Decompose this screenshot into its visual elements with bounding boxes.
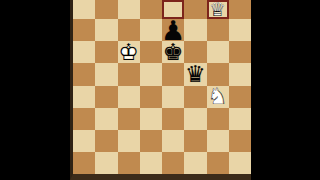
square-e6[interactable]: ♚	[162, 41, 184, 63]
square-g6[interactable]	[207, 41, 229, 63]
square-f5[interactable]: ♛	[184, 63, 206, 85]
square-g2[interactable]	[207, 130, 229, 152]
square-b4[interactable]	[95, 86, 117, 108]
square-e3[interactable]	[162, 108, 184, 130]
square-a3[interactable]	[73, 108, 95, 130]
piece-glyph: ♟	[162, 19, 184, 41]
square-b7[interactable]	[95, 19, 117, 41]
square-g7[interactable]	[207, 19, 229, 41]
white-king[interactable]: ♚♔	[118, 41, 140, 63]
square-f4[interactable]	[184, 86, 206, 108]
square-h6[interactable]	[229, 41, 251, 63]
square-b2[interactable]	[95, 130, 117, 152]
square-b8[interactable]	[95, 0, 117, 19]
piece-fill-glyph: ♚	[118, 41, 140, 63]
square-g1[interactable]	[207, 152, 229, 174]
square-f1[interactable]	[184, 152, 206, 174]
chess-board: ♛♕♟♚♔♚♛♞♘	[70, 0, 251, 180]
square-f6[interactable]	[184, 41, 206, 63]
square-c7[interactable]	[118, 19, 140, 41]
square-e2[interactable]	[162, 130, 184, 152]
square-f2[interactable]	[184, 130, 206, 152]
square-d1[interactable]	[140, 152, 162, 174]
square-c4[interactable]	[118, 86, 140, 108]
square-d5[interactable]	[140, 63, 162, 85]
square-e8[interactable]	[162, 0, 184, 19]
square-b3[interactable]	[95, 108, 117, 130]
square-c5[interactable]	[118, 63, 140, 85]
square-g5[interactable]	[207, 63, 229, 85]
piece-fill-glyph: ♛	[207, 0, 229, 19]
black-queen[interactable]: ♛	[184, 63, 206, 85]
square-h8[interactable]	[229, 0, 251, 19]
square-b6[interactable]	[95, 41, 117, 63]
square-c8[interactable]	[118, 0, 140, 19]
black-pawn[interactable]: ♟	[162, 19, 184, 41]
square-e4[interactable]	[162, 86, 184, 108]
square-g8[interactable]: ♛♕	[207, 0, 229, 19]
square-g4[interactable]: ♞♘	[207, 86, 229, 108]
square-e5[interactable]	[162, 63, 184, 85]
square-d3[interactable]	[140, 108, 162, 130]
square-b1[interactable]	[95, 152, 117, 174]
square-d6[interactable]	[140, 41, 162, 63]
piece-fill-glyph: ♞	[207, 86, 229, 108]
square-a7[interactable]	[73, 19, 95, 41]
piece-outline-glyph: ♔	[118, 41, 140, 63]
white-knight[interactable]: ♞♘	[207, 86, 229, 108]
white-queen[interactable]: ♛♕	[207, 0, 229, 19]
black-king[interactable]: ♚	[162, 41, 184, 63]
square-a8[interactable]	[73, 0, 95, 19]
square-a4[interactable]	[73, 86, 95, 108]
square-f3[interactable]	[184, 108, 206, 130]
square-c3[interactable]	[118, 108, 140, 130]
square-h5[interactable]	[229, 63, 251, 85]
square-h3[interactable]	[229, 108, 251, 130]
piece-outline-glyph: ♕	[207, 0, 229, 19]
square-c2[interactable]	[118, 130, 140, 152]
square-a1[interactable]	[73, 152, 95, 174]
square-d2[interactable]	[140, 130, 162, 152]
square-h1[interactable]	[229, 152, 251, 174]
square-c1[interactable]	[118, 152, 140, 174]
square-h2[interactable]	[229, 130, 251, 152]
screenshot-background: ♛♕♟♚♔♚♛♞♘	[0, 0, 320, 180]
square-d4[interactable]	[140, 86, 162, 108]
square-d8[interactable]	[140, 0, 162, 19]
square-a6[interactable]	[73, 41, 95, 63]
square-a2[interactable]	[73, 130, 95, 152]
square-g3[interactable]	[207, 108, 229, 130]
square-h7[interactable]	[229, 19, 251, 41]
square-f8[interactable]	[184, 0, 206, 19]
piece-outline-glyph: ♘	[207, 86, 229, 108]
square-c6[interactable]: ♚♔	[118, 41, 140, 63]
square-f7[interactable]	[184, 19, 206, 41]
piece-glyph: ♚	[162, 41, 184, 63]
square-b5[interactable]	[95, 63, 117, 85]
square-h4[interactable]	[229, 86, 251, 108]
square-a5[interactable]	[73, 63, 95, 85]
square-e7[interactable]: ♟	[162, 19, 184, 41]
piece-glyph: ♛	[184, 63, 206, 85]
square-d7[interactable]	[140, 19, 162, 41]
square-e1[interactable]	[162, 152, 184, 174]
